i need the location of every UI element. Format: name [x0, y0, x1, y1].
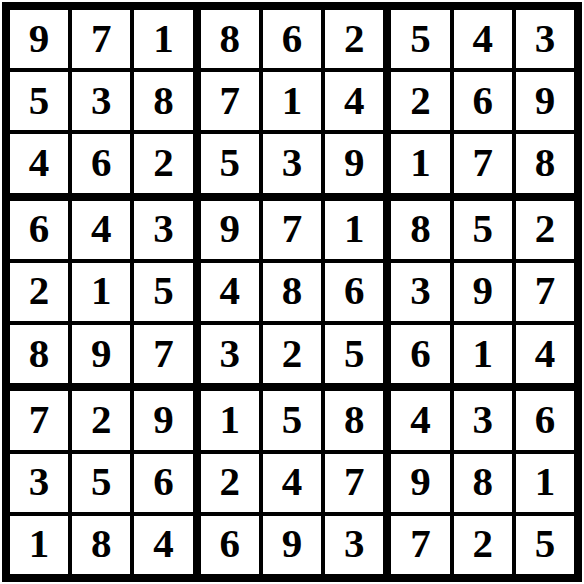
sudoku-cell-r2c8[interactable]: 6 [454, 72, 512, 130]
cell-digit: 6 [153, 461, 174, 502]
cell-digit: 1 [220, 399, 241, 440]
sudoku-cell-r2c4[interactable]: 7 [201, 72, 259, 130]
cell-digit: 4 [153, 523, 174, 564]
sudoku-cell-r3c6[interactable]: 9 [325, 134, 383, 192]
sudoku-cell-r9c1[interactable]: 1 [10, 516, 68, 574]
cell-digit: 5 [153, 270, 174, 311]
sudoku-cell-r4c5[interactable]: 7 [263, 201, 321, 259]
sudoku-cell-r4c4[interactable]: 9 [201, 201, 259, 259]
cell-digit: 6 [472, 80, 493, 121]
cell-digit: 1 [410, 142, 431, 183]
sudoku-cell-r3c9[interactable]: 8 [516, 134, 574, 192]
cell-digit: 9 [91, 333, 112, 374]
cell-digit: 7 [410, 523, 431, 564]
sudoku-cell-r1c7[interactable]: 5 [391, 10, 449, 68]
sudoku-cell-r5c8[interactable]: 9 [454, 263, 512, 321]
cell-digit: 8 [29, 333, 50, 374]
sudoku-cell-r8c5[interactable]: 4 [263, 454, 321, 512]
cell-digit: 3 [282, 142, 303, 183]
sudoku-cell-r2c5[interactable]: 1 [263, 72, 321, 130]
cell-digit: 9 [410, 461, 431, 502]
cell-digit: 7 [220, 80, 241, 121]
sudoku-cell-r4c9[interactable]: 2 [516, 201, 574, 259]
sudoku-cell-r3c3[interactable]: 2 [134, 134, 192, 192]
page: 9715384628627145395432691786432158979714… [0, 0, 584, 584]
sudoku-cell-r4c2[interactable]: 4 [72, 201, 130, 259]
cell-digit: 5 [410, 18, 431, 59]
sudoku-cell-r2c1[interactable]: 5 [10, 72, 68, 130]
cell-digit: 6 [410, 333, 431, 374]
cell-digit: 4 [91, 208, 112, 249]
cell-digit: 6 [344, 270, 365, 311]
cell-digit: 7 [472, 142, 493, 183]
cell-digit: 2 [29, 270, 50, 311]
sudoku-cell-r7c3[interactable]: 9 [134, 391, 192, 449]
cell-digit: 9 [344, 142, 365, 183]
sudoku-block: 862714539 [201, 10, 384, 193]
sudoku-block: 852397614 [391, 201, 574, 384]
cell-digit: 5 [282, 399, 303, 440]
sudoku-block: 543269178 [391, 10, 574, 193]
sudoku-cell-r8c6[interactable]: 7 [325, 454, 383, 512]
cell-digit: 2 [535, 208, 556, 249]
cell-digit: 4 [344, 80, 365, 121]
cell-digit: 5 [29, 80, 50, 121]
cell-digit: 7 [282, 208, 303, 249]
sudoku-cell-r2c6[interactable]: 4 [325, 72, 383, 130]
cell-digit: 1 [344, 208, 365, 249]
sudoku-cell-r8c8[interactable]: 8 [454, 454, 512, 512]
sudoku-cell-r3c8[interactable]: 7 [454, 134, 512, 192]
sudoku-cell-r9c5[interactable]: 9 [263, 516, 321, 574]
sudoku-block: 436981725 [391, 391, 574, 574]
sudoku-block: 643215897 [10, 201, 193, 384]
sudoku-cell-r8c4[interactable]: 2 [201, 454, 259, 512]
sudoku-cell-r7c2[interactable]: 2 [72, 391, 130, 449]
cell-digit: 3 [344, 523, 365, 564]
cell-digit: 7 [153, 333, 174, 374]
sudoku-cell-r8c3[interactable]: 6 [134, 454, 192, 512]
cell-digit: 9 [472, 270, 493, 311]
cell-digit: 9 [220, 208, 241, 249]
sudoku-cell-r1c8[interactable]: 4 [454, 10, 512, 68]
cell-digit: 4 [410, 399, 431, 440]
cell-digit: 5 [472, 208, 493, 249]
sudoku-board: 9715384628627145395432691786432158979714… [2, 2, 582, 582]
sudoku-cell-r2c2[interactable]: 3 [72, 72, 130, 130]
sudoku-cell-r2c3[interactable]: 8 [134, 72, 192, 130]
cell-digit: 8 [535, 142, 556, 183]
sudoku-cell-r3c1[interactable]: 4 [10, 134, 68, 192]
cell-digit: 3 [91, 80, 112, 121]
sudoku-cell-r6c1[interactable]: 8 [10, 325, 68, 383]
cell-digit: 6 [91, 142, 112, 183]
cell-digit: 9 [153, 399, 174, 440]
cell-digit: 3 [535, 18, 556, 59]
cell-digit: 5 [220, 142, 241, 183]
sudoku-cell-r9c3[interactable]: 4 [134, 516, 192, 574]
sudoku-cell-r7c7[interactable]: 4 [391, 391, 449, 449]
sudoku-block: 729356184 [10, 391, 193, 574]
sudoku-cell-r8c9[interactable]: 1 [516, 454, 574, 512]
sudoku-cell-r7c8[interactable]: 3 [454, 391, 512, 449]
cell-digit: 2 [220, 461, 241, 502]
cell-digit: 1 [29, 523, 50, 564]
sudoku-cell-r9c7[interactable]: 7 [391, 516, 449, 574]
cell-digit: 8 [282, 270, 303, 311]
sudoku-cell-r4c7[interactable]: 8 [391, 201, 449, 259]
cell-digit: 7 [535, 270, 556, 311]
cell-digit: 6 [282, 18, 303, 59]
cell-digit: 4 [535, 333, 556, 374]
cell-digit: 2 [344, 18, 365, 59]
sudoku-cell-r7c9[interactable]: 6 [516, 391, 574, 449]
sudoku-cell-r9c9[interactable]: 5 [516, 516, 574, 574]
sudoku-cell-r6c7[interactable]: 6 [391, 325, 449, 383]
sudoku-cell-r5c7[interactable]: 3 [391, 263, 449, 321]
cell-digit: 8 [91, 523, 112, 564]
cell-digit: 6 [220, 523, 241, 564]
cell-digit: 8 [344, 399, 365, 440]
sudoku-cell-r5c2[interactable]: 1 [72, 263, 130, 321]
sudoku-cell-r5c1[interactable]: 2 [10, 263, 68, 321]
cell-digit: 4 [472, 18, 493, 59]
cell-digit: 3 [153, 208, 174, 249]
cell-digit: 2 [282, 333, 303, 374]
cell-digit: 4 [282, 461, 303, 502]
cell-digit: 6 [29, 208, 50, 249]
cell-digit: 8 [220, 18, 241, 59]
sudoku-cell-r9c8[interactable]: 2 [454, 516, 512, 574]
sudoku-cell-r9c4[interactable]: 6 [201, 516, 259, 574]
sudoku-cell-r5c6[interactable]: 6 [325, 263, 383, 321]
cell-digit: 1 [535, 461, 556, 502]
sudoku-cell-r1c9[interactable]: 3 [516, 10, 574, 68]
cell-digit: 7 [91, 18, 112, 59]
sudoku-cell-r3c2[interactable]: 6 [72, 134, 130, 192]
cell-digit: 1 [282, 80, 303, 121]
sudoku-cell-r9c6[interactable]: 3 [325, 516, 383, 574]
sudoku-cell-r5c4[interactable]: 4 [201, 263, 259, 321]
cell-digit: 3 [472, 399, 493, 440]
cell-digit: 9 [282, 523, 303, 564]
sudoku-cell-r7c4[interactable]: 1 [201, 391, 259, 449]
cell-digit: 5 [535, 523, 556, 564]
cell-digit: 9 [29, 18, 50, 59]
cell-digit: 3 [29, 461, 50, 502]
cell-digit: 6 [535, 399, 556, 440]
sudoku-cell-r1c1[interactable]: 9 [10, 10, 68, 68]
sudoku-cell-r5c5[interactable]: 8 [263, 263, 321, 321]
sudoku-cell-r6c8[interactable]: 1 [454, 325, 512, 383]
sudoku-cell-r6c6[interactable]: 5 [325, 325, 383, 383]
cell-digit: 2 [153, 142, 174, 183]
cell-digit: 3 [410, 270, 431, 311]
sudoku-cell-r6c9[interactable]: 4 [516, 325, 574, 383]
sudoku-cell-r2c7[interactable]: 2 [391, 72, 449, 130]
cell-digit: 1 [91, 270, 112, 311]
sudoku-cell-r4c1[interactable]: 6 [10, 201, 68, 259]
cell-digit: 1 [472, 333, 493, 374]
sudoku-cell-r3c4[interactable]: 5 [201, 134, 259, 192]
sudoku-cell-r6c2[interactable]: 9 [72, 325, 130, 383]
sudoku-block: 158247693 [201, 391, 384, 574]
sudoku-cell-r3c7[interactable]: 1 [391, 134, 449, 192]
cell-digit: 5 [344, 333, 365, 374]
cell-digit: 2 [410, 80, 431, 121]
sudoku-cell-r1c3[interactable]: 1 [134, 10, 192, 68]
sudoku-cell-r8c7[interactable]: 9 [391, 454, 449, 512]
sudoku-cell-r7c1[interactable]: 7 [10, 391, 68, 449]
sudoku-cell-r5c9[interactable]: 7 [516, 263, 574, 321]
sudoku-cell-r6c4[interactable]: 3 [201, 325, 259, 383]
sudoku-cell-r9c2[interactable]: 8 [72, 516, 130, 574]
cell-digit: 2 [91, 399, 112, 440]
sudoku-cell-r6c5[interactable]: 2 [263, 325, 321, 383]
cell-digit: 3 [220, 333, 241, 374]
cell-digit: 8 [410, 208, 431, 249]
cell-digit: 5 [91, 461, 112, 502]
sudoku-cell-r4c8[interactable]: 5 [454, 201, 512, 259]
cell-digit: 1 [153, 18, 174, 59]
sudoku-cell-r7c6[interactable]: 8 [325, 391, 383, 449]
sudoku-cell-r5c3[interactable]: 5 [134, 263, 192, 321]
sudoku-cell-r7c5[interactable]: 5 [263, 391, 321, 449]
sudoku-cell-r1c5[interactable]: 6 [263, 10, 321, 68]
cell-digit: 4 [220, 270, 241, 311]
sudoku-cell-r8c1[interactable]: 3 [10, 454, 68, 512]
sudoku-cell-r6c3[interactable]: 7 [134, 325, 192, 383]
cell-digit: 2 [472, 523, 493, 564]
sudoku-cell-r4c3[interactable]: 3 [134, 201, 192, 259]
cell-digit: 7 [29, 399, 50, 440]
sudoku-cell-r2c9[interactable]: 9 [516, 72, 574, 130]
cell-digit: 8 [153, 80, 174, 121]
sudoku-block: 971538462 [10, 10, 193, 193]
sudoku-cell-r1c2[interactable]: 7 [72, 10, 130, 68]
cell-digit: 9 [535, 80, 556, 121]
sudoku-cell-r1c6[interactable]: 2 [325, 10, 383, 68]
cell-digit: 4 [29, 142, 50, 183]
cell-digit: 8 [472, 461, 493, 502]
sudoku-cell-r3c5[interactable]: 3 [263, 134, 321, 192]
sudoku-block: 971486325 [201, 201, 384, 384]
sudoku-cell-r8c2[interactable]: 5 [72, 454, 130, 512]
cell-digit: 7 [344, 461, 365, 502]
sudoku-cell-r1c4[interactable]: 8 [201, 10, 259, 68]
sudoku-cell-r4c6[interactable]: 1 [325, 201, 383, 259]
